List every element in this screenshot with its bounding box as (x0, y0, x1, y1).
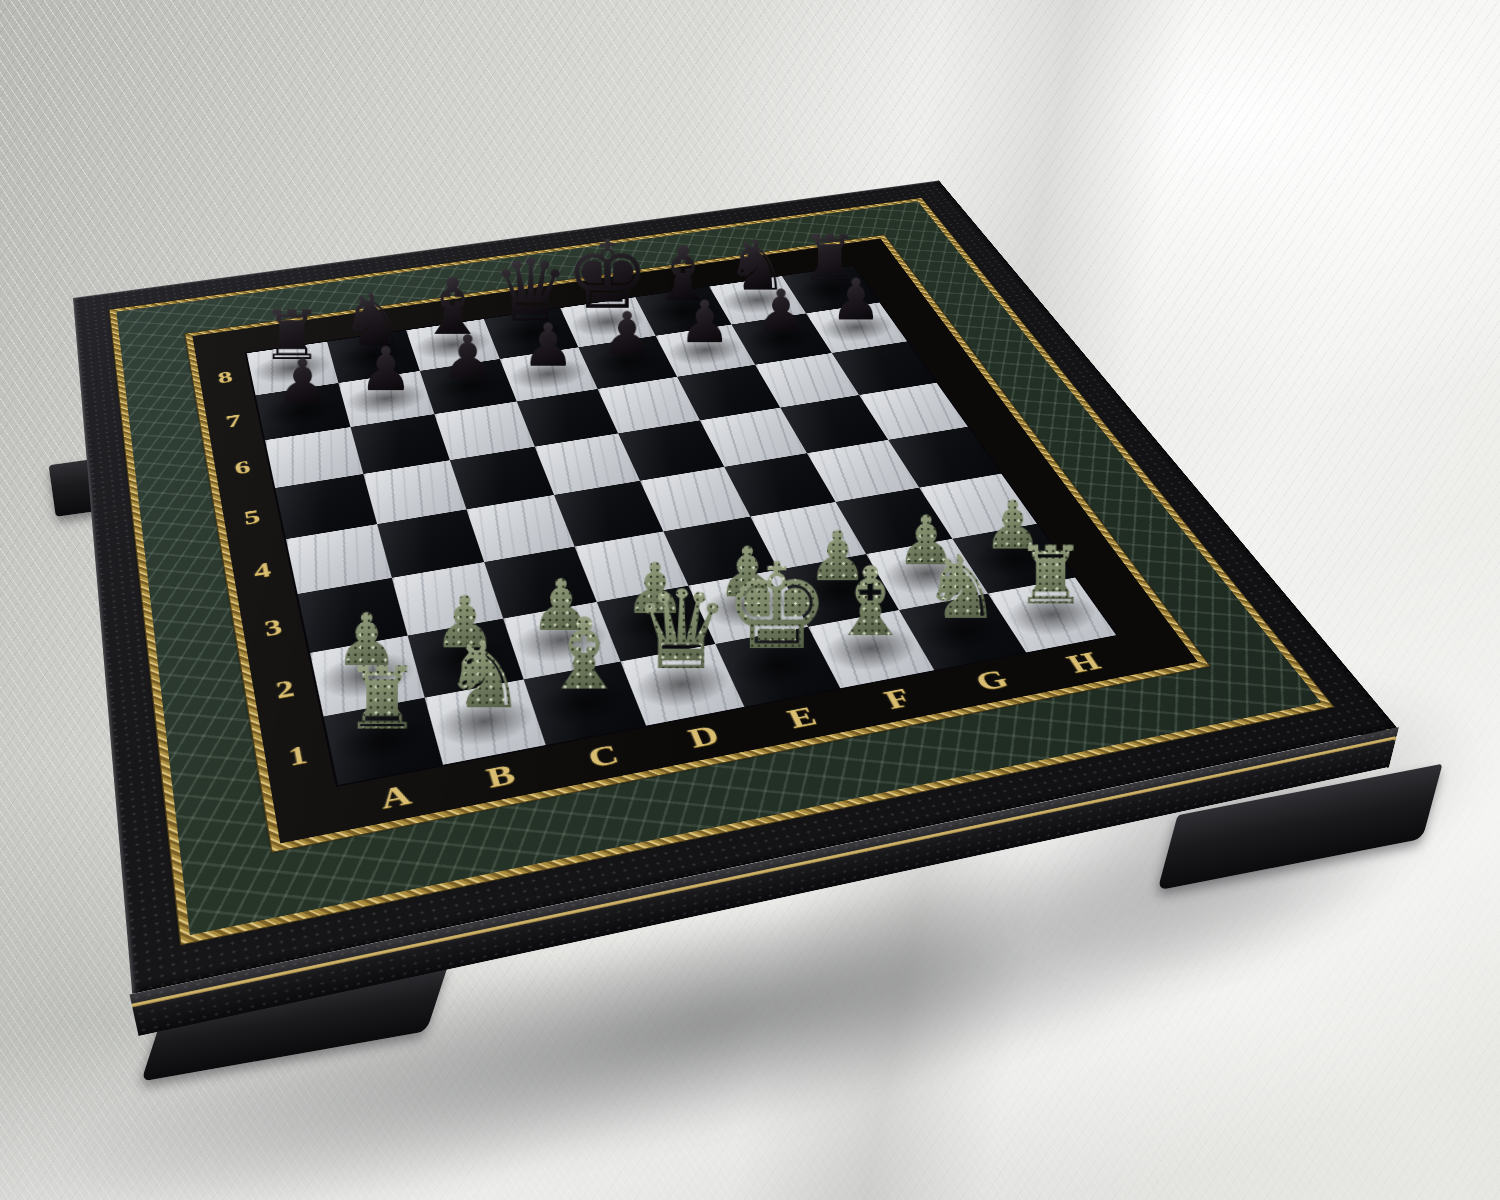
perspective-container: 8765432187654321ABCDEFGH ♜♞♝♛♚♝♞♜♟♟♟♟♟♟♟… (0, 0, 1500, 1200)
pawn-glyph: ♟ (250, 351, 355, 412)
rook-glyph: ♜ (318, 654, 447, 741)
photo-scene: 8765432187654321ABCDEFGH ♜♞♝♛♚♝♞♜♟♟♟♟♟♟♟… (0, 0, 1500, 1200)
green-rook-a1[interactable]: ♜ (318, 532, 447, 742)
black-pawn-a7[interactable]: ♟ (250, 243, 355, 413)
chess-board: 8765432187654321ABCDEFGH ♜♞♝♛♚♝♞♜♟♟♟♟♟♟♟… (73, 181, 1397, 995)
